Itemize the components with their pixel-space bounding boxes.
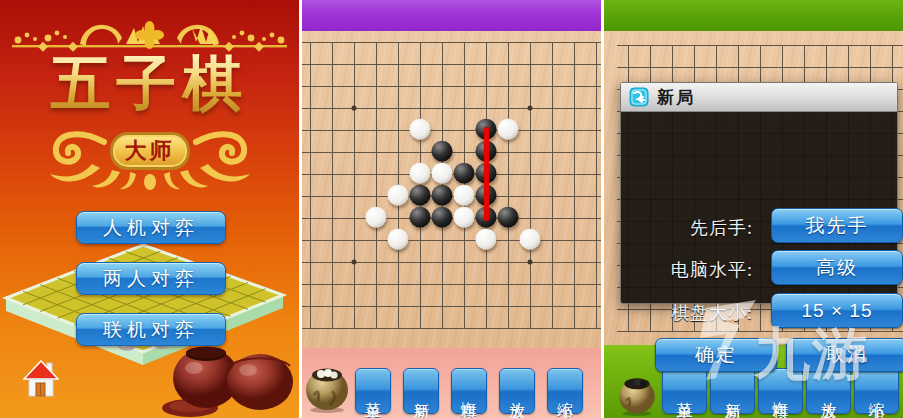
zoom-out-button[interactable]: 缩小 bbox=[854, 368, 899, 414]
grid-vline bbox=[508, 42, 509, 329]
stone-white bbox=[476, 229, 497, 250]
stone-white bbox=[520, 229, 541, 250]
human-vs-computer-button[interactable]: 人机对弈 bbox=[76, 211, 226, 244]
grid-hline bbox=[617, 67, 903, 68]
stone-bowl-white-icon bbox=[304, 361, 350, 413]
online-play-button[interactable]: 联机对弈 bbox=[76, 313, 226, 346]
grid-hline bbox=[302, 240, 601, 241]
grid-vline bbox=[376, 42, 377, 329]
master-badge: 大师 bbox=[110, 132, 190, 170]
undo-button[interactable]: 悔棋 bbox=[758, 368, 803, 414]
stone-black bbox=[432, 141, 453, 162]
new-game-button[interactable]: 新局 bbox=[710, 368, 755, 414]
house-icon[interactable] bbox=[23, 360, 59, 398]
stone-white bbox=[366, 207, 387, 228]
stone-white bbox=[498, 119, 519, 140]
grid-hline bbox=[302, 64, 601, 65]
computer-level-selector[interactable]: 高级 bbox=[771, 250, 903, 285]
new-game-dialog: 新局 先后手: 电脑水平: 棋盘大小: 我先手 高级 15 × 15 确定 取消 bbox=[620, 82, 898, 304]
two-player-button[interactable]: 两人对弈 bbox=[76, 262, 226, 295]
new-game-arrow-icon bbox=[629, 87, 649, 107]
star-point bbox=[352, 260, 357, 265]
stone-white bbox=[410, 163, 431, 184]
badge-row: 大师 bbox=[0, 124, 299, 190]
stone-black bbox=[432, 207, 453, 228]
board-size-label: 棋盘大小: bbox=[631, 301, 753, 325]
game-toolbar: 菜单 新局 悔棋 放大 缩小 bbox=[302, 348, 601, 418]
grid-hline bbox=[302, 306, 601, 307]
grid-hline bbox=[617, 331, 903, 332]
zoom-out-button[interactable]: 缩小 bbox=[547, 368, 583, 414]
new-game-button[interactable]: 新局 bbox=[403, 368, 439, 414]
star-point bbox=[528, 260, 533, 265]
stone-black bbox=[498, 207, 519, 228]
star-point bbox=[528, 106, 533, 111]
stone-white bbox=[432, 163, 453, 184]
grid-hline bbox=[302, 86, 601, 87]
first-move-selector[interactable]: 我先手 bbox=[771, 208, 903, 243]
grid-hline bbox=[302, 42, 601, 43]
grid-vline bbox=[574, 42, 575, 329]
zoom-in-button[interactable]: 放大 bbox=[499, 368, 535, 414]
grid-hline bbox=[302, 108, 601, 109]
first-move-label: 先后手: bbox=[631, 216, 753, 240]
stone-white bbox=[454, 207, 475, 228]
confirm-button[interactable]: 确定 bbox=[655, 338, 777, 372]
app-title: 五子棋 bbox=[0, 44, 299, 125]
dialog-title: 新局 bbox=[657, 86, 695, 109]
menu-button[interactable]: 菜单 bbox=[662, 368, 707, 414]
grid-hline bbox=[302, 262, 601, 263]
home-screen-panel: 五子棋 大师 bbox=[0, 0, 299, 418]
board-size-selector[interactable]: 15 × 15 bbox=[771, 293, 903, 328]
stone-black bbox=[432, 185, 453, 206]
stone-white bbox=[410, 119, 431, 140]
dialog-screen-header-bar bbox=[604, 0, 903, 32]
cancel-button[interactable]: 取消 bbox=[786, 338, 903, 372]
stone-black bbox=[410, 185, 431, 206]
grid-hline bbox=[302, 284, 601, 285]
stone-black bbox=[410, 207, 431, 228]
computer-level-label: 电脑水平: bbox=[631, 258, 753, 282]
game-header-bar bbox=[302, 0, 601, 31]
stone-black bbox=[454, 163, 475, 184]
win-line bbox=[484, 127, 489, 221]
stone-bowls-icon bbox=[160, 340, 299, 418]
grid-vline bbox=[530, 42, 531, 329]
stone-white bbox=[454, 185, 475, 206]
grid-hline bbox=[617, 45, 903, 46]
game-screen-panel: 菜单 新局 悔棋 放大 缩小 bbox=[302, 0, 601, 418]
zoom-in-button[interactable]: 放大 bbox=[806, 368, 851, 414]
gomoku-app-screenshots: 五子棋 大师 bbox=[0, 0, 903, 418]
stone-bowl-black-icon bbox=[616, 372, 658, 416]
grid-hline bbox=[302, 130, 601, 131]
stone-white bbox=[388, 229, 409, 250]
dialog-title-bar: 新局 bbox=[621, 83, 897, 112]
grid-vline bbox=[596, 42, 597, 329]
undo-button[interactable]: 悔棋 bbox=[451, 368, 487, 414]
grid-vline bbox=[552, 42, 553, 329]
grid-hline bbox=[302, 328, 601, 329]
gomoku-board[interactable] bbox=[302, 31, 601, 348]
new-game-dialog-panel: 菜单 新局 悔棋 放大 缩小 新局 先后手: 电脑水平: 棋盘大小: 我先手 高… bbox=[604, 0, 903, 418]
stone-white bbox=[388, 185, 409, 206]
menu-button[interactable]: 菜单 bbox=[355, 368, 391, 414]
star-point bbox=[352, 106, 357, 111]
